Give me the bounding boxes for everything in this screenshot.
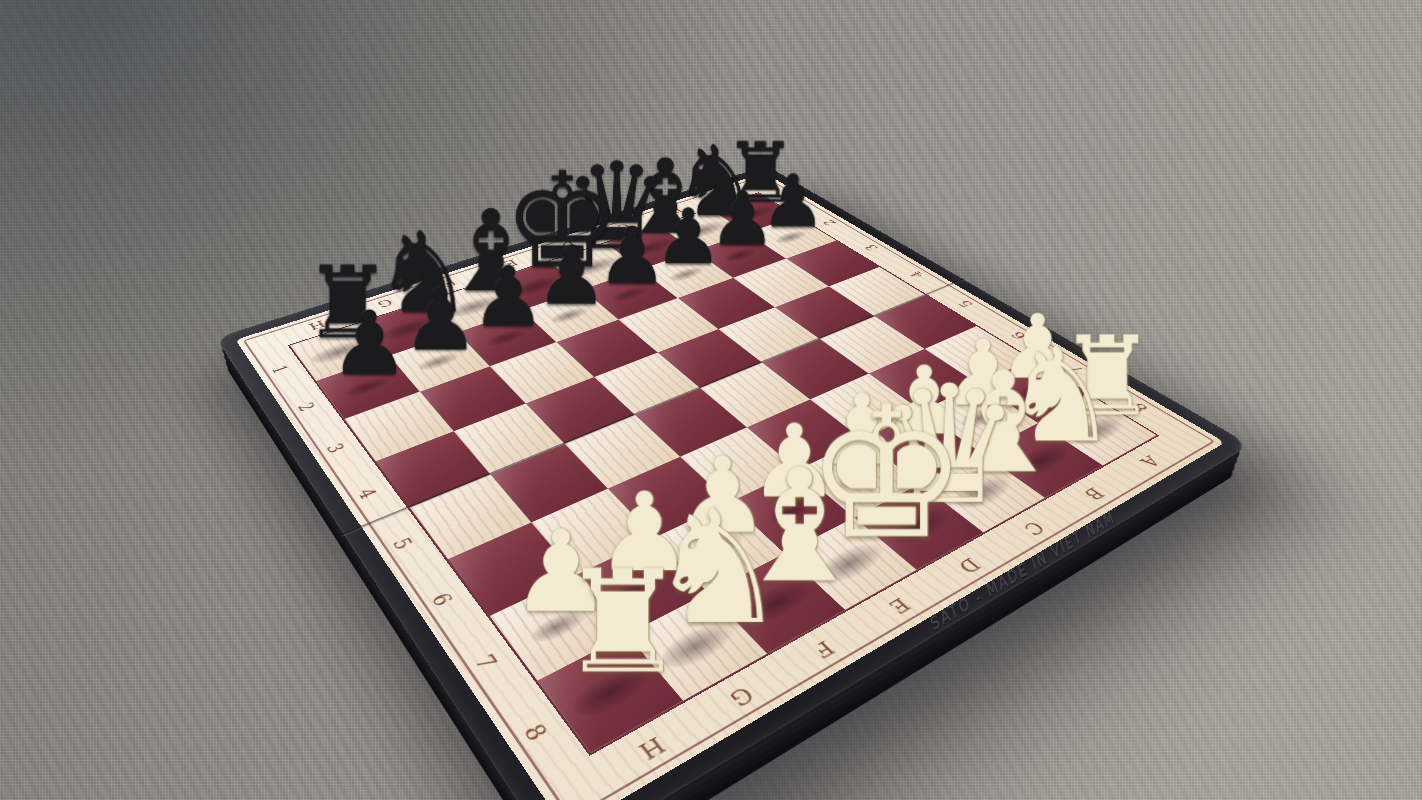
square-F3 — [490, 342, 594, 403]
piece-glyph: ♟ — [403, 277, 479, 362]
piece-glyph: ♟ — [536, 236, 607, 316]
chess-board-3d: HGFEDCBA HGFEDCBA 12345678 12345678 ♜♞♝♚… — [216, 166, 1251, 800]
square-E4 — [593, 352, 700, 415]
piece-glyph: ♟ — [471, 256, 544, 339]
board-face: HGFEDCBA HGFEDCBA 12345678 12345678 ♜♞♝♚… — [235, 173, 1225, 800]
photo-scene: HGFEDCBA HGFEDCBA 12345678 12345678 ♜♞♝♚… — [0, 0, 1422, 800]
board-frame: HGFEDCBA HGFEDCBA 12345678 12345678 ♜♞♝♚… — [216, 166, 1251, 800]
squares-grid: ♜♞♝♚♛♝♞♜♟♟♟♟♟♟♟♟♟♟♟♟♟♟♟♟♜♞♝♚♛♝♞♜ — [288, 192, 1160, 755]
square-H8: ♜ — [537, 634, 682, 752]
piece-glyph: ♜ — [559, 552, 666, 694]
piece-glyph: ♟ — [330, 300, 408, 388]
